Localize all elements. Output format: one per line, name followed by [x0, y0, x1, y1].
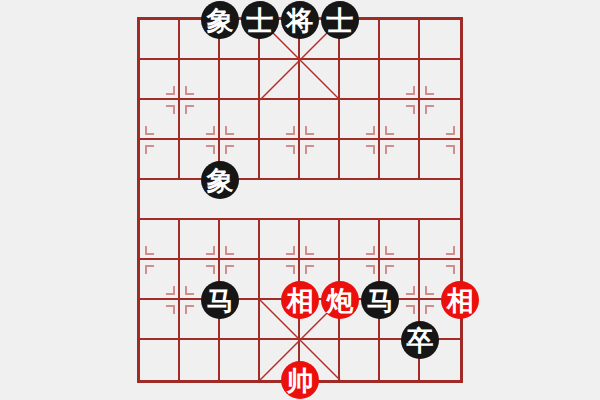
pieces-layer: 象士将士象马相炮马相卒帅	[140, 20, 460, 380]
black-elephant-2[interactable]: 象	[201, 161, 239, 199]
black-pawn[interactable]: 卒	[401, 321, 439, 359]
black-advisor-2[interactable]: 士	[321, 1, 359, 39]
black-general[interactable]: 将	[281, 1, 319, 39]
black-horse-2[interactable]: 马	[361, 281, 399, 319]
red-elephant-1[interactable]: 相	[281, 281, 319, 319]
black-horse-1[interactable]: 马	[201, 281, 239, 319]
red-cannon[interactable]: 炮	[321, 281, 359, 319]
xiangqi-board: 象士将士象马相炮马相卒帅	[137, 17, 463, 383]
red-elephant-2[interactable]: 相	[441, 281, 479, 319]
black-advisor-1[interactable]: 士	[241, 1, 279, 39]
red-general[interactable]: 帅	[281, 361, 319, 399]
black-elephant-1[interactable]: 象	[201, 1, 239, 39]
xiangqi-screenshot: 象士将士象马相炮马相卒帅	[0, 0, 600, 400]
